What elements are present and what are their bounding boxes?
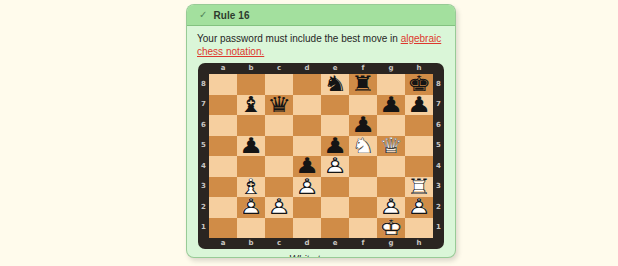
white-pawn-fill: ♟ (323, 155, 347, 177)
square-b8 (237, 74, 265, 95)
square-f4 (349, 156, 377, 177)
square-h3: ♜♖ (405, 177, 433, 198)
square-e4: ♟♙ (321, 156, 349, 177)
square-g6 (377, 115, 405, 136)
white-bishop-fill: ♝ (239, 175, 263, 197)
rank-label-7: 7 (433, 95, 444, 116)
square-f3 (349, 177, 377, 198)
chess-board: abcdefgh 8♞♜♚87♝♛♟♟76♟65♟♟♞♘♛♕54♟♟♙43♝♗♟… (198, 63, 444, 249)
rank-label-2: 2 (433, 197, 444, 218)
square-h1 (405, 218, 433, 239)
square-g1: ♚♔ (377, 218, 405, 239)
rule-card-header: ✓ Rule 16 (187, 5, 455, 26)
square-h2: ♟♙ (405, 197, 433, 218)
white-queen-fill: ♛ (379, 134, 403, 156)
square-g8 (377, 74, 405, 95)
square-a2 (209, 197, 237, 218)
white-knight-fill: ♞ (351, 134, 375, 156)
square-c2: ♟♙ (265, 197, 293, 218)
square-e1 (321, 218, 349, 239)
square-f6: ♟ (349, 115, 377, 136)
square-d2 (293, 197, 321, 218)
black-pawn: ♟ (379, 93, 403, 115)
white-pawn-fill: ♟ (295, 175, 319, 197)
rank-label-4: 4 (433, 156, 444, 177)
file-label-b: b (237, 238, 265, 249)
square-c1 (265, 218, 293, 239)
check-icon: ✓ (199, 10, 207, 20)
rank-label-6: 6 (198, 115, 209, 136)
square-h7: ♟ (405, 95, 433, 116)
square-b3: ♝♗ (237, 177, 265, 198)
file-label-a: a (209, 238, 237, 249)
white-pawn-fill: ♟ (239, 196, 263, 218)
square-h4 (405, 156, 433, 177)
black-king: ♚ (407, 73, 431, 95)
square-h8: ♚ (405, 74, 433, 95)
square-a3 (209, 177, 237, 198)
white-queen: ♕ (379, 134, 403, 156)
white-pawn: ♙ (323, 155, 347, 177)
square-f5: ♞♘ (349, 136, 377, 157)
square-e2 (321, 197, 349, 218)
white-pawn: ♙ (407, 196, 431, 218)
white-pawn-fill: ♟ (379, 196, 403, 218)
rank-label-8: 8 (433, 74, 444, 95)
white-pawn-fill: ♟ (267, 196, 291, 218)
white-pawn: ♙ (295, 175, 319, 197)
square-e6 (321, 115, 349, 136)
file-label-f: f (349, 63, 377, 74)
square-a8 (209, 74, 237, 95)
square-c4 (265, 156, 293, 177)
square-g3 (377, 177, 405, 198)
square-g7: ♟ (377, 95, 405, 116)
white-pawn: ♙ (267, 196, 291, 218)
white-pawn: ♙ (239, 196, 263, 218)
board-wrap: abcdefgh 8♞♜♚87♝♛♟♟76♟65♟♟♞♘♛♕54♟♟♙43♝♗♟… (198, 63, 444, 249)
black-pawn: ♟ (351, 114, 375, 136)
white-king: ♔ (379, 216, 403, 238)
file-label-d: d (293, 63, 321, 74)
square-c5 (265, 136, 293, 157)
square-f7 (349, 95, 377, 116)
file-labels-top: abcdefgh (198, 63, 444, 74)
square-h6 (405, 115, 433, 136)
square-d6 (293, 115, 321, 136)
rank-label-5: 5 (198, 136, 209, 157)
rule-text: Your password must include the best move… (187, 26, 455, 61)
rank-label-3: 3 (198, 177, 209, 198)
square-d5 (293, 136, 321, 157)
square-g2: ♟♙ (377, 197, 405, 218)
square-g4 (377, 156, 405, 177)
white-king-fill: ♚ (379, 216, 403, 238)
square-d3: ♟♙ (293, 177, 321, 198)
square-c8 (265, 74, 293, 95)
white-rook-fill: ♜ (407, 175, 431, 197)
frame-corner (433, 238, 444, 249)
black-queen: ♛ (267, 93, 291, 115)
square-e5: ♟ (321, 136, 349, 157)
rank-label-5: 5 (433, 136, 444, 157)
square-e7 (321, 95, 349, 116)
rule-text-prefix: Your password must include the best move… (197, 33, 401, 44)
black-pawn: ♟ (239, 134, 263, 156)
square-f8: ♜ (349, 74, 377, 95)
file-label-e: e (321, 238, 349, 249)
rank-label-2: 2 (198, 197, 209, 218)
frame-corner (198, 63, 209, 74)
square-a4 (209, 156, 237, 177)
black-pawn: ♟ (323, 134, 347, 156)
square-a1 (209, 218, 237, 239)
rank-label-3: 3 (433, 177, 444, 198)
file-label-a: a (209, 63, 237, 74)
white-bishop: ♗ (239, 175, 263, 197)
black-rook: ♜ (351, 73, 375, 95)
square-b2: ♟♙ (237, 197, 265, 218)
black-bishop: ♝ (239, 93, 263, 115)
square-b1 (237, 218, 265, 239)
rank-label-7: 7 (198, 95, 209, 116)
white-pawn: ♙ (379, 196, 403, 218)
square-f2 (349, 197, 377, 218)
square-e8: ♞ (321, 74, 349, 95)
square-d4: ♟ (293, 156, 321, 177)
file-label-b: b (237, 63, 265, 74)
white-rook: ♖ (407, 175, 431, 197)
page: { "game": "chess", "position": { "fen": … (0, 0, 618, 266)
file-label-d: d (293, 238, 321, 249)
file-label-e: e (321, 63, 349, 74)
file-label-h: h (405, 63, 433, 74)
file-label-h: h (405, 238, 433, 249)
square-a5 (209, 136, 237, 157)
square-a7 (209, 95, 237, 116)
file-label-c: c (265, 63, 293, 74)
frame-corner (198, 238, 209, 249)
rank-label-1: 1 (433, 218, 444, 239)
rule-card: ✓ Rule 16 Your password must include the… (186, 4, 456, 258)
square-d1 (293, 218, 321, 239)
black-pawn: ♟ (407, 93, 431, 115)
square-a6 (209, 115, 237, 136)
black-pawn: ♟ (295, 155, 319, 177)
square-c6 (265, 115, 293, 136)
file-label-g: g (377, 238, 405, 249)
rank-label-4: 4 (198, 156, 209, 177)
frame-corner (433, 63, 444, 74)
rule-title: Rule 16 (213, 10, 249, 21)
file-labels-bottom: abcdefgh (198, 238, 444, 249)
square-b5: ♟ (237, 136, 265, 157)
square-b4 (237, 156, 265, 177)
square-e3 (321, 177, 349, 198)
file-label-g: g (377, 63, 405, 74)
rank-label-6: 6 (433, 115, 444, 136)
square-g5: ♛♕ (377, 136, 405, 157)
square-c3 (265, 177, 293, 198)
file-label-f: f (349, 238, 377, 249)
square-d7 (293, 95, 321, 116)
white-knight: ♘ (351, 134, 375, 156)
square-c7: ♛ (265, 95, 293, 116)
white-pawn-fill: ♟ (407, 196, 431, 218)
square-b7: ♝ (237, 95, 265, 116)
file-label-c: c (265, 238, 293, 249)
rank-label-8: 8 (198, 74, 209, 95)
square-b6 (237, 115, 265, 136)
rank-label-1: 1 (198, 218, 209, 239)
square-f1 (349, 218, 377, 239)
side-to-move-caption: White to move (187, 254, 455, 258)
board-grid: 8♞♜♚87♝♛♟♟76♟65♟♟♞♘♛♕54♟♟♙43♝♗♟♙♜♖32♟♙♟♙… (198, 74, 444, 238)
square-d8 (293, 74, 321, 95)
black-knight: ♞ (323, 73, 347, 95)
square-h5 (405, 136, 433, 157)
